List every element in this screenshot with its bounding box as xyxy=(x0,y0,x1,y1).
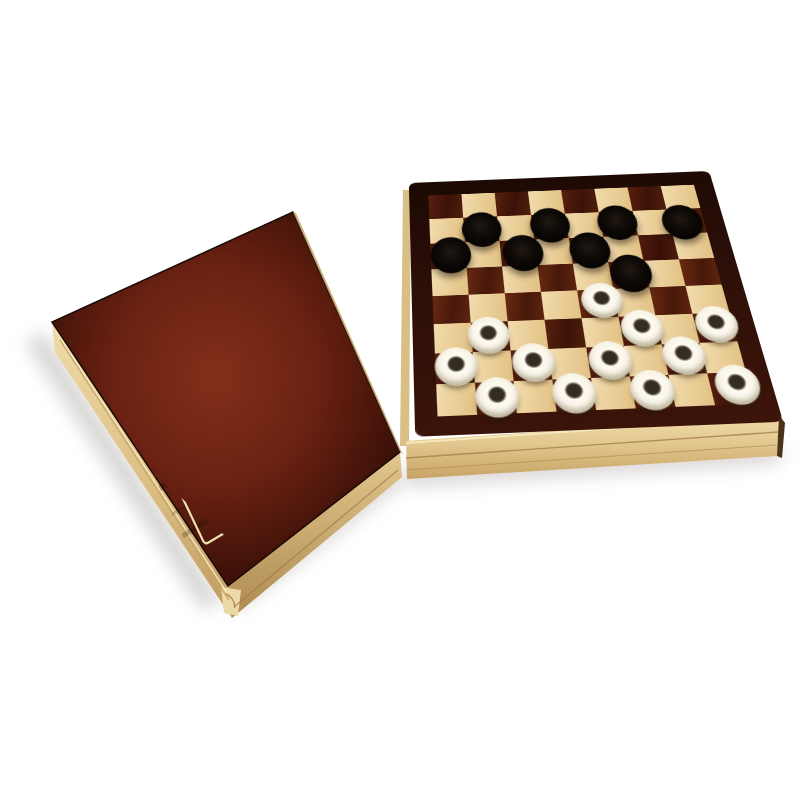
white-checker-piece-g7[interactable] xyxy=(658,335,710,375)
black-checker-piece-d2[interactable] xyxy=(528,207,572,243)
black-checker-piece-f2[interactable] xyxy=(594,204,640,240)
black-checker-piece-e3[interactable] xyxy=(566,231,613,268)
white-checker-piece-c7[interactable] xyxy=(510,342,557,382)
white-checker-piece-d8[interactable] xyxy=(549,372,599,414)
white-checker-piece-f8[interactable] xyxy=(626,369,678,411)
white-checker-piece-e7[interactable] xyxy=(585,340,635,380)
black-checker-piece-b2[interactable] xyxy=(460,211,502,247)
black-checker-piece-h2[interactable] xyxy=(658,204,706,240)
white-checker-piece-f6[interactable] xyxy=(617,309,666,347)
black-checker-piece-a3[interactable] xyxy=(430,236,472,274)
white-checker-piece-h8[interactable] xyxy=(710,363,765,405)
white-checker-piece-b8[interactable] xyxy=(473,376,520,418)
checkers-pieces-layer xyxy=(428,185,754,417)
white-checker-piece-b6[interactable] xyxy=(466,316,511,354)
product-photo-scene xyxy=(0,0,800,800)
black-checker-piece-c3[interactable] xyxy=(501,234,546,272)
morris-board-face xyxy=(52,212,400,586)
white-checker-piece-h6[interactable] xyxy=(691,305,742,343)
white-checker-piece-a7[interactable] xyxy=(434,346,479,386)
